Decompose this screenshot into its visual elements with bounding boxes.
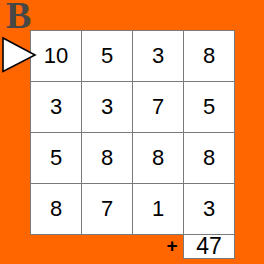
grid-cell[interactable]: 3 [184, 184, 234, 234]
grid-cell[interactable]: 8 [82, 133, 132, 183]
grid-cell[interactable]: 3 [133, 31, 183, 81]
grid-cell[interactable]: 5 [31, 133, 81, 183]
game-board: B 10 5 3 8 3 3 7 5 5 8 8 8 8 7 1 3 + 47 [0, 0, 264, 264]
grid-cell[interactable]: 5 [82, 31, 132, 81]
grid-cell[interactable]: 8 [184, 31, 234, 81]
grid-cell[interactable]: 7 [82, 184, 132, 234]
number-grid: 10 5 3 8 3 3 7 5 5 8 8 8 8 7 1 3 [30, 30, 235, 235]
grid-cell[interactable]: 8 [184, 133, 234, 183]
grid-cell[interactable]: 3 [31, 82, 81, 132]
grid-cell[interactable]: 5 [184, 82, 234, 132]
grid-cell[interactable]: 1 [133, 184, 183, 234]
grid-cell[interactable]: 8 [133, 133, 183, 183]
grid-cell[interactable]: 7 [133, 82, 183, 132]
sum-operator-label: + [163, 236, 181, 256]
grid-cell[interactable]: 3 [82, 82, 132, 132]
row-pointer-triangle-icon[interactable] [1, 36, 39, 74]
grid-cell[interactable]: 8 [31, 184, 81, 234]
board-label: B [6, 0, 31, 34]
sum-readout: 47 [183, 234, 235, 259]
